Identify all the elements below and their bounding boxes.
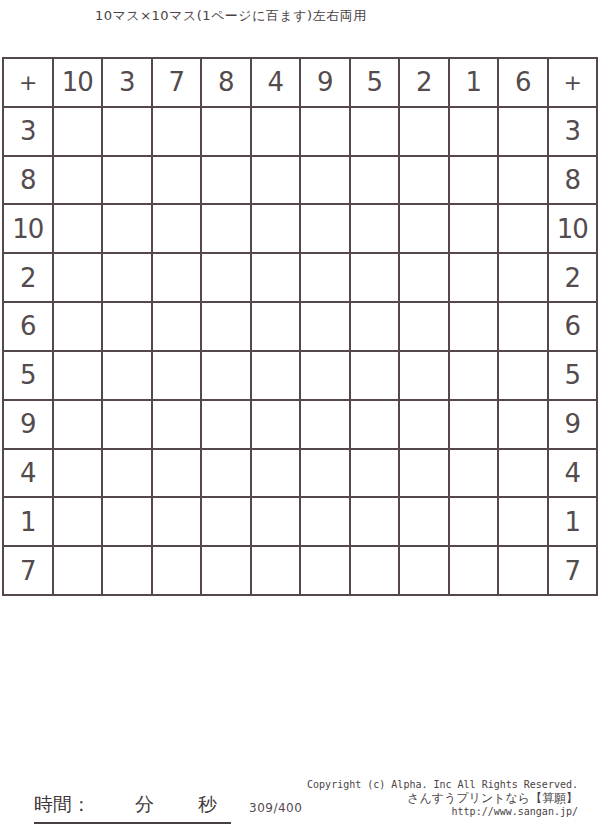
answer-cell-r3c9[interactable] xyxy=(450,205,498,252)
answer-cell-r10c9[interactable] xyxy=(450,547,498,594)
answer-cell-r4c6[interactable] xyxy=(301,254,349,301)
answer-cell-r8c1[interactable] xyxy=(54,450,102,497)
answer-cell-r2c9[interactable] xyxy=(450,157,498,204)
answer-cell-r8c4[interactable] xyxy=(202,450,250,497)
seconds-label: 秒 xyxy=(198,792,217,818)
answer-cell-r7c8[interactable] xyxy=(400,401,448,448)
answer-cell-r6c7[interactable] xyxy=(351,352,399,399)
answer-cell-r5c1[interactable] xyxy=(54,303,102,350)
answer-cell-r7c7[interactable] xyxy=(351,401,399,448)
answer-cell-r9c8[interactable] xyxy=(400,498,448,545)
answer-cell-r9c5[interactable] xyxy=(252,498,300,545)
answer-cell-r7c4[interactable] xyxy=(202,401,250,448)
answer-cell-r10c8[interactable] xyxy=(400,547,448,594)
answer-cell-r3c6[interactable] xyxy=(301,205,349,252)
answer-cell-r5c5[interactable] xyxy=(252,303,300,350)
answer-cell-r2c10[interactable] xyxy=(499,157,547,204)
answer-cell-r8c9[interactable] xyxy=(450,450,498,497)
row-header-right-1: 3 xyxy=(549,108,597,155)
answer-cell-r1c5[interactable] xyxy=(252,108,300,155)
answer-cell-r6c10[interactable] xyxy=(499,352,547,399)
answer-cell-r8c3[interactable] xyxy=(153,450,201,497)
answer-cell-r5c9[interactable] xyxy=(450,303,498,350)
col-header-5: 4 xyxy=(252,59,300,106)
answer-cell-r7c10[interactable] xyxy=(499,401,547,448)
answer-cell-r8c6[interactable] xyxy=(301,450,349,497)
answer-cell-r7c3[interactable] xyxy=(153,401,201,448)
brand-line: さんすうプリントなら【算願】 xyxy=(307,791,578,805)
answer-cell-r10c7[interactable] xyxy=(351,547,399,594)
operator-corner-top-right: + xyxy=(549,59,597,106)
answer-cell-r1c4[interactable] xyxy=(202,108,250,155)
answer-cell-r7c1[interactable] xyxy=(54,401,102,448)
answer-cell-r4c9[interactable] xyxy=(450,254,498,301)
answer-cell-r3c10[interactable] xyxy=(499,205,547,252)
answer-cell-r9c4[interactable] xyxy=(202,498,250,545)
answer-cell-r5c2[interactable] xyxy=(103,303,151,350)
answer-cell-r5c8[interactable] xyxy=(400,303,448,350)
page-number: 309/400 xyxy=(249,801,302,815)
answer-cell-r5c4[interactable] xyxy=(202,303,250,350)
answer-cell-r9c3[interactable] xyxy=(153,498,201,545)
answer-cell-r10c10[interactable] xyxy=(499,547,547,594)
answer-cell-r2c6[interactable] xyxy=(301,157,349,204)
answer-cell-r6c8[interactable] xyxy=(400,352,448,399)
answer-cell-r5c6[interactable] xyxy=(301,303,349,350)
time-label: 時間： xyxy=(34,792,91,818)
col-header-7: 5 xyxy=(351,59,399,106)
answer-cell-r6c5[interactable] xyxy=(252,352,300,399)
answer-cell-r7c5[interactable] xyxy=(252,401,300,448)
answer-cell-r2c5[interactable] xyxy=(252,157,300,204)
answer-cell-r8c2[interactable] xyxy=(103,450,151,497)
answer-cell-r8c8[interactable] xyxy=(400,450,448,497)
answer-cell-r3c8[interactable] xyxy=(400,205,448,252)
answer-cell-r9c7[interactable] xyxy=(351,498,399,545)
answer-cell-r6c1[interactable] xyxy=(54,352,102,399)
hyakumasu-grid: +10378495216+3388101022665599441177 xyxy=(2,57,598,596)
answer-cell-r10c6[interactable] xyxy=(301,547,349,594)
answer-cell-r10c5[interactable] xyxy=(252,547,300,594)
answer-cell-r5c7[interactable] xyxy=(351,303,399,350)
answer-cell-r5c10[interactable] xyxy=(499,303,547,350)
time-row: 時間： 分 秒 xyxy=(34,792,231,824)
row-header-right-9: 1 xyxy=(549,498,597,545)
answer-cell-r9c1[interactable] xyxy=(54,498,102,545)
answer-cell-r4c2[interactable] xyxy=(103,254,151,301)
answer-cell-r1c1[interactable] xyxy=(54,108,102,155)
answer-cell-r1c9[interactable] xyxy=(450,108,498,155)
answer-cell-r1c7[interactable] xyxy=(351,108,399,155)
answer-cell-r5c3[interactable] xyxy=(153,303,201,350)
answer-cell-r1c6[interactable] xyxy=(301,108,349,155)
answer-cell-r2c2[interactable] xyxy=(103,157,151,204)
row-header-right-7: 9 xyxy=(549,401,597,448)
answer-cell-r9c2[interactable] xyxy=(103,498,151,545)
col-header-1: 10 xyxy=(54,59,102,106)
seconds-blank-field[interactable] xyxy=(154,810,198,811)
row-header-right-6: 5 xyxy=(549,352,597,399)
answer-cell-r6c2[interactable] xyxy=(103,352,151,399)
answer-cell-r2c1[interactable] xyxy=(54,157,102,204)
answer-cell-r6c4[interactable] xyxy=(202,352,250,399)
answer-cell-r2c8[interactable] xyxy=(400,157,448,204)
answer-cell-r4c4[interactable] xyxy=(202,254,250,301)
col-header-8: 2 xyxy=(400,59,448,106)
row-header-left-10: 7 xyxy=(4,547,52,594)
answer-cell-r4c3[interactable] xyxy=(153,254,201,301)
row-header-right-10: 7 xyxy=(549,547,597,594)
answer-cell-r10c2[interactable] xyxy=(103,547,151,594)
worksheet-page: 10マス×10マス(1ページに百ます)左右両用 +10378495216+338… xyxy=(0,0,600,825)
row-header-right-3: 10 xyxy=(549,205,597,252)
answer-cell-r4c10[interactable] xyxy=(499,254,547,301)
row-header-left-4: 2 xyxy=(4,254,52,301)
answer-cell-r10c4[interactable] xyxy=(202,547,250,594)
answer-cell-r3c4[interactable] xyxy=(202,205,250,252)
row-header-left-6: 5 xyxy=(4,352,52,399)
answer-cell-r1c2[interactable] xyxy=(103,108,151,155)
answer-cell-r3c1[interactable] xyxy=(54,205,102,252)
col-header-3: 7 xyxy=(153,59,201,106)
row-header-left-7: 9 xyxy=(4,401,52,448)
col-header-4: 8 xyxy=(202,59,250,106)
row-header-left-1: 3 xyxy=(4,108,52,155)
row-header-left-3: 10 xyxy=(4,205,52,252)
answer-cell-r1c3[interactable] xyxy=(153,108,201,155)
answer-cell-r6c3[interactable] xyxy=(153,352,201,399)
copyright-block: Copyright (c) Alpha. Inc All Rights Rese… xyxy=(307,778,578,818)
row-header-left-8: 4 xyxy=(4,450,52,497)
col-header-6: 9 xyxy=(301,59,349,106)
sheet-title: 10マス×10マス(1ページに百ます)左右両用 xyxy=(95,7,367,25)
operator-corner-top-left: + xyxy=(4,59,52,106)
answer-cell-r4c7[interactable] xyxy=(351,254,399,301)
minutes-blank-field[interactable] xyxy=(91,810,135,811)
answer-cell-r1c8[interactable] xyxy=(400,108,448,155)
row-header-left-2: 8 xyxy=(4,157,52,204)
answer-cell-r10c3[interactable] xyxy=(153,547,201,594)
answer-cell-r7c2[interactable] xyxy=(103,401,151,448)
row-header-left-5: 6 xyxy=(4,303,52,350)
answer-cell-r7c6[interactable] xyxy=(301,401,349,448)
answer-cell-r7c9[interactable] xyxy=(450,401,498,448)
answer-cell-r8c5[interactable] xyxy=(252,450,300,497)
row-header-left-9: 1 xyxy=(4,498,52,545)
col-header-2: 3 xyxy=(103,59,151,106)
row-header-right-4: 2 xyxy=(549,254,597,301)
answer-cell-r3c3[interactable] xyxy=(153,205,201,252)
row-header-right-2: 8 xyxy=(549,157,597,204)
answer-cell-r3c7[interactable] xyxy=(351,205,399,252)
answer-cell-r9c10[interactable] xyxy=(499,498,547,545)
answer-cell-r9c6[interactable] xyxy=(301,498,349,545)
answer-cell-r9c9[interactable] xyxy=(450,498,498,545)
answer-cell-r4c8[interactable] xyxy=(400,254,448,301)
answer-cell-r2c4[interactable] xyxy=(202,157,250,204)
col-header-10: 6 xyxy=(499,59,547,106)
answer-cell-r6c9[interactable] xyxy=(450,352,498,399)
answer-cell-r3c2[interactable] xyxy=(103,205,151,252)
col-header-9: 1 xyxy=(450,59,498,106)
answer-cell-r2c3[interactable] xyxy=(153,157,201,204)
answer-cell-r6c6[interactable] xyxy=(301,352,349,399)
answer-cell-r3c5[interactable] xyxy=(252,205,300,252)
answer-cell-r2c7[interactable] xyxy=(351,157,399,204)
answer-cell-r1c10[interactable] xyxy=(499,108,547,155)
answer-cell-r4c1[interactable] xyxy=(54,254,102,301)
copyright-line: Copyright (c) Alpha. Inc All Rights Rese… xyxy=(307,778,578,791)
minutes-label: 分 xyxy=(135,792,154,818)
answer-cell-r8c7[interactable] xyxy=(351,450,399,497)
answer-cell-r4c5[interactable] xyxy=(252,254,300,301)
answer-cell-r8c10[interactable] xyxy=(499,450,547,497)
answer-cell-r10c1[interactable] xyxy=(54,547,102,594)
row-header-right-8: 4 xyxy=(549,450,597,497)
website-url[interactable]: http://www.sangan.jp/ xyxy=(307,805,578,818)
row-header-right-5: 6 xyxy=(549,303,597,350)
